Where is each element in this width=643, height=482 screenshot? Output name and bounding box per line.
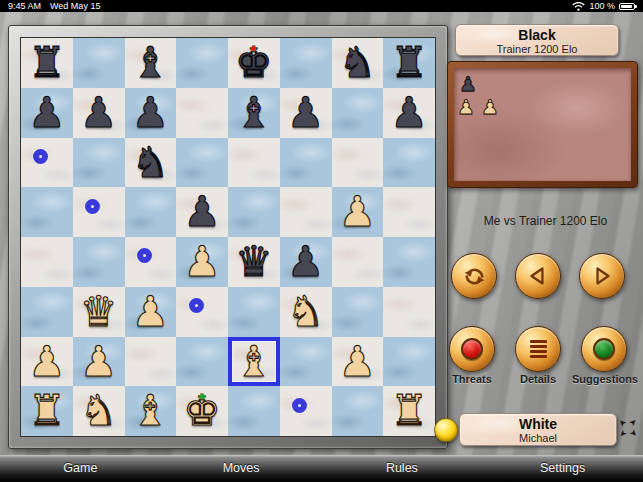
- tab-rules[interactable]: Rules: [322, 455, 483, 482]
- replay-icon: [461, 263, 488, 290]
- square-a7[interactable]: ♟: [21, 88, 73, 138]
- square-f3[interactable]: ♞: [280, 287, 332, 337]
- forward-triangle-icon: [589, 263, 615, 289]
- tab-game[interactable]: Game: [0, 455, 161, 482]
- square-a3[interactable]: [21, 287, 73, 337]
- captured-white-pawn: ♟: [457, 97, 475, 117]
- tab-moves[interactable]: Moves: [161, 455, 322, 482]
- black-pawn: ♟: [21, 88, 73, 138]
- black-pawn: ♟: [176, 187, 228, 237]
- square-g8[interactable]: ♞: [332, 38, 384, 88]
- legal-move-ring[interactable]: [292, 398, 307, 413]
- white-rook: ♜: [21, 386, 73, 436]
- square-c1[interactable]: ♝: [125, 386, 177, 436]
- status-right: 100 %: [572, 0, 635, 12]
- square-a4[interactable]: [21, 237, 73, 287]
- square-b2[interactable]: ♟: [73, 337, 125, 387]
- square-d8[interactable]: [176, 38, 228, 88]
- black-rook: ♜: [383, 38, 435, 88]
- square-d2[interactable]: [176, 337, 228, 387]
- black-pawn: ♟: [383, 88, 435, 138]
- legal-move-ring[interactable]: [137, 248, 152, 263]
- black-pawn: ♟: [280, 237, 332, 287]
- black-player-plate[interactable]: Black Trainer 1200 Elo: [455, 24, 619, 56]
- black-queen: ♛: [228, 237, 280, 287]
- square-b7[interactable]: ♟: [73, 88, 125, 138]
- white-player-title: White: [460, 416, 616, 432]
- black-king-gem: [251, 46, 256, 51]
- square-e6[interactable]: [228, 138, 280, 188]
- white-player-plate[interactable]: White Michael: [459, 413, 617, 446]
- square-g5[interactable]: ♟: [332, 187, 384, 237]
- wifi-icon: [572, 2, 585, 11]
- black-pawn: ♟: [125, 88, 177, 138]
- square-e1[interactable]: [228, 386, 280, 436]
- tab-settings[interactable]: Settings: [482, 455, 643, 482]
- square-c6[interactable]: ♞: [125, 138, 177, 188]
- square-a6[interactable]: [21, 138, 73, 188]
- board-frame: ♜♝♚♞♜♟♟♟♝♟♟♞♟♟♟♛♟♛♟♞♟♟♝♟♜♞♝♚♜: [8, 25, 448, 449]
- square-h4[interactable]: [383, 237, 435, 287]
- black-bishop: ♝: [228, 88, 280, 138]
- suggestions-label: Suggestions: [566, 373, 643, 385]
- white-pawn: ♟: [73, 337, 125, 387]
- white-king-gem: [200, 394, 205, 399]
- square-g7[interactable]: [332, 88, 384, 138]
- match-label: Me vs Trainer 1200 Elo: [448, 214, 643, 228]
- battery-percent: 100 %: [589, 0, 615, 12]
- black-pawn: ♟: [73, 88, 125, 138]
- green-dot-icon: [593, 338, 615, 360]
- threats-label: Threats: [440, 373, 504, 385]
- square-c7[interactable]: ♟: [125, 88, 177, 138]
- square-b8[interactable]: [73, 38, 125, 88]
- square-f5[interactable]: [280, 187, 332, 237]
- square-d6[interactable]: [176, 138, 228, 188]
- suggestions-button[interactable]: [581, 326, 627, 372]
- square-h1[interactable]: ♜: [383, 386, 435, 436]
- black-bishop: ♝: [125, 38, 177, 88]
- back-triangle-icon: [525, 263, 551, 289]
- square-a8[interactable]: ♜: [21, 38, 73, 88]
- white-pawn: ♟: [332, 187, 384, 237]
- menu-bars-icon: [530, 340, 547, 358]
- legal-move-ring[interactable]: [33, 149, 48, 164]
- square-c3[interactable]: ♟: [125, 287, 177, 337]
- square-b6[interactable]: [73, 138, 125, 188]
- white-bishop: ♝: [125, 386, 177, 436]
- black-king: ♚: [228, 38, 280, 88]
- square-c5[interactable]: [125, 187, 177, 237]
- square-h3[interactable]: [383, 287, 435, 337]
- captured-white-pawn: ♟: [481, 97, 499, 117]
- square-c4[interactable]: [125, 237, 177, 287]
- square-d4[interactable]: ♟: [176, 237, 228, 287]
- square-f2[interactable]: [280, 337, 332, 387]
- captured-pieces-tray: ♟♟♟: [447, 61, 638, 188]
- square-d3[interactable]: [176, 287, 228, 337]
- square-b1[interactable]: ♞: [73, 386, 125, 436]
- legal-move-ring[interactable]: [85, 199, 100, 214]
- square-e7[interactable]: ♝: [228, 88, 280, 138]
- square-h5[interactable]: [383, 187, 435, 237]
- square-h2[interactable]: [383, 337, 435, 387]
- square-g3[interactable]: [332, 287, 384, 337]
- black-pawn: ♟: [280, 88, 332, 138]
- square-f6[interactable]: [280, 138, 332, 188]
- legal-move-ring[interactable]: [189, 298, 204, 313]
- square-f1[interactable]: [280, 386, 332, 436]
- square-a5[interactable]: [21, 187, 73, 237]
- white-queen: ♛: [73, 287, 125, 337]
- black-rook: ♜: [21, 38, 73, 88]
- white-pawn: ♟: [125, 287, 177, 337]
- square-g4[interactable]: [332, 237, 384, 287]
- square-g1[interactable]: [332, 386, 384, 436]
- white-king: ♚: [176, 386, 228, 436]
- chess-app-screen: 9:45 AMWed May 15 100 % ♜♝♚♞♜♟♟♟♝♟♟♞♟♟♟♛…: [0, 0, 643, 482]
- battery-icon: [619, 3, 635, 10]
- captured-pieces: ♟♟♟: [454, 68, 631, 181]
- square-c8[interactable]: ♝: [125, 38, 177, 88]
- status-time: 9:45 AM: [8, 1, 41, 11]
- white-rook: ♜: [383, 386, 435, 436]
- square-f4[interactable]: ♟: [280, 237, 332, 287]
- square-d1[interactable]: ♚: [176, 386, 228, 436]
- square-h6[interactable]: [383, 138, 435, 188]
- square-c2[interactable]: [125, 337, 177, 387]
- details-label: Details: [506, 373, 570, 385]
- square-e4[interactable]: ♛: [228, 237, 280, 287]
- white-pawn: ♟: [332, 337, 384, 387]
- turn-indicator: [434, 418, 458, 442]
- square-d7[interactable]: [176, 88, 228, 138]
- status-left: 9:45 AMWed May 15: [8, 0, 109, 12]
- white-player-subtitle: Michael: [460, 432, 616, 444]
- white-pawn: ♟: [176, 237, 228, 287]
- square-e2[interactable]: ♝: [228, 337, 280, 387]
- square-h7[interactable]: ♟: [383, 88, 435, 138]
- details-button[interactable]: [515, 326, 561, 372]
- square-f7[interactable]: ♟: [280, 88, 332, 138]
- fullscreen-expand-icon[interactable]: ➤➤➤➤: [617, 417, 641, 441]
- square-b4[interactable]: [73, 237, 125, 287]
- square-b3[interactable]: ♛: [73, 287, 125, 337]
- square-e8[interactable]: ♚: [228, 38, 280, 88]
- captured-black-pawn: ♟: [459, 74, 477, 94]
- back-button[interactable]: [515, 253, 561, 299]
- square-g2[interactable]: ♟: [332, 337, 384, 387]
- black-knight: ♞: [125, 138, 177, 188]
- white-knight: ♞: [280, 287, 332, 337]
- red-dot-icon: [461, 338, 483, 360]
- chess-board[interactable]: ♜♝♚♞♜♟♟♟♝♟♟♞♟♟♟♛♟♛♟♞♟♟♝♟♜♞♝♚♜: [20, 37, 436, 437]
- forward-button[interactable]: [579, 253, 625, 299]
- white-knight: ♞: [73, 386, 125, 436]
- bottom-toolbar: Game Moves Rules Settings: [0, 455, 643, 482]
- black-knight: ♞: [332, 38, 384, 88]
- square-h8[interactable]: ♜: [383, 38, 435, 88]
- square-f8[interactable]: [280, 38, 332, 88]
- square-e3[interactable]: [228, 287, 280, 337]
- square-d5[interactable]: ♟: [176, 187, 228, 237]
- square-g6[interactable]: [332, 138, 384, 188]
- replay-button[interactable]: [451, 253, 497, 299]
- threats-button[interactable]: [449, 326, 495, 372]
- square-b5[interactable]: [73, 187, 125, 237]
- status-date: Wed May 15: [50, 1, 100, 11]
- black-player-title: Black: [456, 27, 618, 43]
- status-bar: 9:45 AMWed May 15 100 %: [0, 0, 643, 12]
- square-a2[interactable]: ♟: [21, 337, 73, 387]
- white-bishop: ♝: [228, 337, 280, 387]
- square-e5[interactable]: [228, 187, 280, 237]
- black-player-subtitle: Trainer 1200 Elo: [456, 43, 618, 55]
- white-pawn: ♟: [21, 337, 73, 387]
- square-a1[interactable]: ♜: [21, 386, 73, 436]
